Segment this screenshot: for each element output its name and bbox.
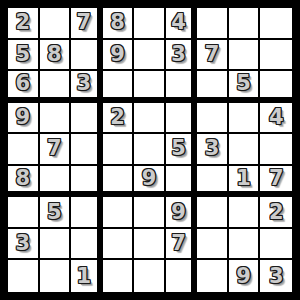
- given-digit: 5: [15, 44, 30, 65]
- given-digit: 2: [269, 202, 284, 223]
- cell-r7c2[interactable]: 5: [40, 197, 72, 229]
- cell-r7c4[interactable]: [103, 197, 135, 229]
- given-digit: 5: [171, 138, 186, 159]
- cell-r6c1[interactable]: 8: [8, 166, 40, 198]
- cell-r6c3[interactable]: [71, 166, 103, 198]
- cell-r1c9[interactable]: [260, 8, 292, 40]
- given-digit: 3: [77, 73, 92, 94]
- cell-r3c4[interactable]: [103, 71, 135, 103]
- cell-r2c4[interactable]: 9: [103, 40, 135, 72]
- cell-r9c9[interactable]: 3: [260, 260, 292, 292]
- sudoku-screenshot: 278458937635924753891759237193: [0, 0, 300, 300]
- cell-r4c6[interactable]: [166, 103, 198, 135]
- given-digit: 7: [269, 168, 284, 189]
- cell-r2c2[interactable]: 8: [40, 40, 72, 72]
- cell-r7c1[interactable]: [8, 197, 40, 229]
- cell-r7c9[interactable]: 2: [260, 197, 292, 229]
- given-digit: 6: [15, 73, 30, 94]
- cell-r4c7[interactable]: [197, 103, 229, 135]
- cell-r5c3[interactable]: [71, 134, 103, 166]
- cell-r2c9[interactable]: [260, 40, 292, 72]
- cell-r3c5[interactable]: [134, 71, 166, 103]
- given-digit: 3: [15, 233, 30, 254]
- cell-r8c8[interactable]: [229, 229, 261, 261]
- cell-r1c4[interactable]: 8: [103, 8, 135, 40]
- cell-r1c3[interactable]: 7: [71, 8, 103, 40]
- cell-r8c9[interactable]: [260, 229, 292, 261]
- cell-r3c8[interactable]: 5: [229, 71, 261, 103]
- cell-r3c1[interactable]: 6: [8, 71, 40, 103]
- sudoku-board: 278458937635924753891759237193: [8, 8, 292, 292]
- cell-r6c4[interactable]: [103, 166, 135, 198]
- cell-r4c9[interactable]: 4: [260, 103, 292, 135]
- given-digit: 2: [15, 12, 30, 33]
- cell-r8c2[interactable]: [40, 229, 72, 261]
- cell-r3c3[interactable]: 3: [71, 71, 103, 103]
- given-digit: 7: [47, 138, 62, 159]
- cell-r4c5[interactable]: [134, 103, 166, 135]
- cell-r6c7[interactable]: [197, 166, 229, 198]
- cell-r5c8[interactable]: [229, 134, 261, 166]
- given-digit: 5: [47, 202, 62, 223]
- given-digit: 9: [142, 168, 157, 189]
- cell-r1c6[interactable]: 4: [166, 8, 198, 40]
- cell-r1c2[interactable]: [40, 8, 72, 40]
- cell-r6c9[interactable]: 7: [260, 166, 292, 198]
- cell-r6c2[interactable]: [40, 166, 72, 198]
- cell-r5c1[interactable]: [8, 134, 40, 166]
- cell-r9c2[interactable]: [40, 260, 72, 292]
- cell-r3c9[interactable]: [260, 71, 292, 103]
- given-digit: 4: [269, 107, 284, 128]
- given-digit: 4: [171, 12, 186, 33]
- given-digit: 8: [15, 168, 30, 189]
- cell-r5c6[interactable]: 5: [166, 134, 198, 166]
- given-digit: 7: [171, 233, 186, 254]
- cell-r9c5[interactable]: [134, 260, 166, 292]
- cell-r4c3[interactable]: [71, 103, 103, 135]
- cell-r5c7[interactable]: 3: [197, 134, 229, 166]
- cell-r7c6[interactable]: 9: [166, 197, 198, 229]
- cell-r8c1[interactable]: 3: [8, 229, 40, 261]
- cell-r7c8[interactable]: [229, 197, 261, 229]
- cell-r2c3[interactable]: [71, 40, 103, 72]
- cell-r2c8[interactable]: [229, 40, 261, 72]
- cell-r8c7[interactable]: [197, 229, 229, 261]
- cell-r9c1[interactable]: [8, 260, 40, 292]
- cell-r7c7[interactable]: [197, 197, 229, 229]
- cell-r4c8[interactable]: [229, 103, 261, 135]
- cell-r6c8[interactable]: 1: [229, 166, 261, 198]
- cell-r1c5[interactable]: [134, 8, 166, 40]
- cell-r1c8[interactable]: [229, 8, 261, 40]
- cell-r4c4[interactable]: 2: [103, 103, 135, 135]
- cell-r1c1[interactable]: 2: [8, 8, 40, 40]
- given-digit: 7: [205, 44, 220, 65]
- cell-r8c3[interactable]: [71, 229, 103, 261]
- cell-r5c9[interactable]: [260, 134, 292, 166]
- cell-r3c2[interactable]: [40, 71, 72, 103]
- cell-r9c7[interactable]: [197, 260, 229, 292]
- cell-r5c4[interactable]: [103, 134, 135, 166]
- cell-r6c6[interactable]: [166, 166, 198, 198]
- cell-r7c5[interactable]: [134, 197, 166, 229]
- given-digit: 3: [171, 44, 186, 65]
- given-digit: 9: [15, 107, 30, 128]
- given-digit: 9: [171, 202, 186, 223]
- cell-r4c2[interactable]: [40, 103, 72, 135]
- given-digit: 7: [77, 12, 92, 33]
- cell-r4c1[interactable]: 9: [8, 103, 40, 135]
- cell-r3c7[interactable]: [197, 71, 229, 103]
- cell-r9c4[interactable]: [103, 260, 135, 292]
- cell-r2c5[interactable]: [134, 40, 166, 72]
- cell-r9c6[interactable]: [166, 260, 198, 292]
- cell-r8c6[interactable]: 7: [166, 229, 198, 261]
- given-digit: 3: [269, 266, 284, 287]
- given-digit: 8: [47, 44, 62, 65]
- cell-r2c7[interactable]: 7: [197, 40, 229, 72]
- cell-r8c4[interactable]: [103, 229, 135, 261]
- cell-r2c1[interactable]: 5: [8, 40, 40, 72]
- cell-r5c5[interactable]: [134, 134, 166, 166]
- given-digit: 9: [110, 44, 125, 65]
- cell-r5c2[interactable]: 7: [40, 134, 72, 166]
- given-digit: 9: [236, 266, 251, 287]
- given-digit: 5: [236, 73, 251, 94]
- cell-r2c6[interactable]: 3: [166, 40, 198, 72]
- cell-r9c8[interactable]: 9: [229, 260, 261, 292]
- cell-r6c5[interactable]: 9: [134, 166, 166, 198]
- given-digit: 2: [110, 107, 125, 128]
- given-digit: 3: [205, 138, 220, 159]
- cell-r3c6[interactable]: [166, 71, 198, 103]
- given-digit: 1: [236, 168, 251, 189]
- cell-r7c3[interactable]: [71, 197, 103, 229]
- given-digit: 8: [110, 12, 125, 33]
- cell-r8c5[interactable]: [134, 229, 166, 261]
- cell-r9c3[interactable]: 1: [71, 260, 103, 292]
- given-digit: 1: [77, 266, 92, 287]
- cell-r1c7[interactable]: [197, 8, 229, 40]
